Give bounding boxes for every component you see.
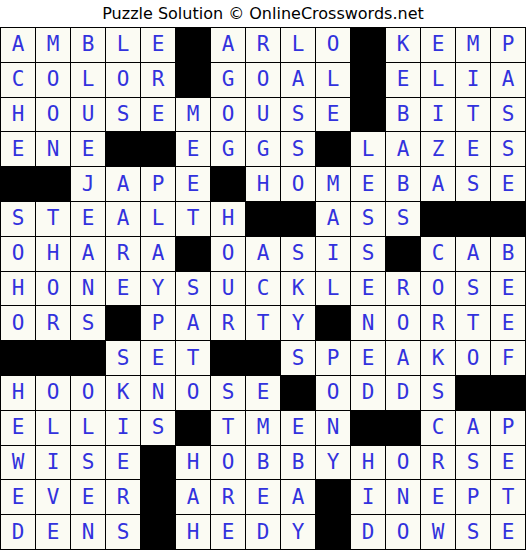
letter-cell: O xyxy=(1,237,35,271)
letter-cell: B xyxy=(281,446,315,480)
letter-cell: S xyxy=(456,446,490,480)
letter-cell: S xyxy=(176,272,210,306)
letter-cell: E xyxy=(1,132,35,166)
letter-cell: O xyxy=(386,446,420,480)
letter-cell: M xyxy=(246,411,280,445)
letter-cell: R xyxy=(421,306,455,340)
black-cell xyxy=(421,202,455,236)
letter-cell: M xyxy=(36,28,70,62)
letter-cell: R xyxy=(36,306,70,340)
black-cell xyxy=(176,63,210,97)
letter-cell: U xyxy=(211,272,245,306)
letter-cell: E xyxy=(141,341,175,375)
letter-cell: E xyxy=(246,376,280,410)
letter-cell: E xyxy=(71,132,105,166)
letter-cell: B xyxy=(386,98,420,132)
letter-cell: Y xyxy=(316,446,350,480)
letter-cell: F xyxy=(491,341,525,375)
letter-cell: S xyxy=(351,202,385,236)
letter-cell: G xyxy=(211,132,245,166)
letter-cell: K xyxy=(386,28,420,62)
letter-cell: N xyxy=(316,411,350,445)
letter-cell: S xyxy=(141,411,175,445)
letter-cell: D xyxy=(351,376,385,410)
letter-cell: H xyxy=(211,202,245,236)
letter-cell: O xyxy=(386,515,420,549)
letter-cell: Y xyxy=(141,272,175,306)
letter-cell: H xyxy=(176,446,210,480)
black-cell xyxy=(211,341,245,375)
letter-cell: S xyxy=(351,237,385,271)
letter-cell: B xyxy=(71,28,105,62)
black-cell xyxy=(281,376,315,410)
letter-cell: I xyxy=(421,98,455,132)
letter-cell: S xyxy=(211,376,245,410)
letter-cell: Y xyxy=(281,515,315,549)
black-cell xyxy=(281,202,315,236)
letter-cell: G xyxy=(246,132,280,166)
black-cell xyxy=(316,480,350,514)
black-cell xyxy=(386,411,420,445)
letter-cell: D xyxy=(351,515,385,549)
letter-cell: N xyxy=(386,480,420,514)
letter-cell: K xyxy=(281,272,315,306)
letter-cell: O xyxy=(316,376,350,410)
letter-cell: T xyxy=(211,411,245,445)
letter-cell: L xyxy=(316,63,350,97)
letter-cell: O xyxy=(456,341,490,375)
letter-cell: E xyxy=(71,480,105,514)
letter-cell: S xyxy=(1,202,35,236)
black-cell xyxy=(176,237,210,271)
letter-cell: N xyxy=(71,515,105,549)
letter-cell: N xyxy=(71,272,105,306)
black-cell xyxy=(246,202,280,236)
letter-cell: V xyxy=(36,480,70,514)
letter-cell: P xyxy=(456,480,490,514)
letter-cell: S xyxy=(456,167,490,201)
letter-cell: E xyxy=(491,272,525,306)
letter-cell: L xyxy=(36,411,70,445)
letter-cell: S xyxy=(491,98,525,132)
letter-cell: O xyxy=(211,446,245,480)
letter-cell: S xyxy=(106,515,140,549)
letter-cell: E xyxy=(176,167,210,201)
letter-cell: A xyxy=(456,411,490,445)
letter-cell: E xyxy=(316,98,350,132)
letter-cell: W xyxy=(421,515,455,549)
letter-cell: I xyxy=(106,411,140,445)
letter-cell: C xyxy=(246,272,280,306)
letter-cell: E xyxy=(281,411,315,445)
letter-cell: G xyxy=(211,63,245,97)
letter-cell: E xyxy=(71,202,105,236)
letter-cell: E xyxy=(141,28,175,62)
letter-cell: A xyxy=(491,63,525,97)
letter-cell: A xyxy=(176,480,210,514)
black-cell xyxy=(1,341,35,375)
black-cell xyxy=(211,167,245,201)
black-cell xyxy=(246,341,280,375)
letter-cell: D xyxy=(1,515,35,549)
letter-cell: A xyxy=(421,167,455,201)
black-cell xyxy=(491,376,525,410)
letter-cell: S xyxy=(106,341,140,375)
letter-cell: O xyxy=(71,376,105,410)
letter-cell: U xyxy=(71,98,105,132)
letter-cell: L xyxy=(281,28,315,62)
black-cell xyxy=(351,28,385,62)
letter-cell: R xyxy=(106,480,140,514)
letter-cell: C xyxy=(421,237,455,271)
black-cell xyxy=(316,306,350,340)
black-cell xyxy=(1,167,35,201)
letter-cell: I xyxy=(456,63,490,97)
letter-cell: S xyxy=(71,446,105,480)
letter-cell: S xyxy=(386,202,420,236)
letter-cell: O xyxy=(36,98,70,132)
black-cell xyxy=(71,341,105,375)
black-cell xyxy=(176,411,210,445)
letter-cell: O xyxy=(246,63,280,97)
letter-cell: H xyxy=(1,272,35,306)
letter-cell: E xyxy=(491,446,525,480)
letter-cell: E xyxy=(1,411,35,445)
letter-cell: L xyxy=(71,63,105,97)
letter-cell: B xyxy=(386,167,420,201)
letter-cell: I xyxy=(316,237,350,271)
letter-cell: D xyxy=(386,376,420,410)
letter-cell: E xyxy=(491,306,525,340)
letter-cell: J xyxy=(71,167,105,201)
letter-cell: M xyxy=(316,167,350,201)
letter-cell: N xyxy=(351,306,385,340)
letter-cell: L xyxy=(141,202,175,236)
letter-cell: A xyxy=(316,202,350,236)
letter-cell: U xyxy=(246,98,280,132)
black-cell xyxy=(141,480,175,514)
letter-cell: N xyxy=(36,132,70,166)
letter-cell: O xyxy=(281,167,315,201)
letter-cell: E xyxy=(141,98,175,132)
puzzle-title: Puzzle Solution © OnlineCrosswords.net xyxy=(0,0,526,27)
letter-cell: N xyxy=(141,376,175,410)
black-cell xyxy=(106,132,140,166)
letter-cell: S xyxy=(281,237,315,271)
letter-cell: E xyxy=(211,515,245,549)
black-cell xyxy=(351,411,385,445)
letter-cell: M xyxy=(456,28,490,62)
letter-cell: O xyxy=(211,237,245,271)
letter-cell: H xyxy=(36,237,70,271)
letter-cell: D xyxy=(246,515,280,549)
letter-cell: S xyxy=(491,132,525,166)
letter-cell: S xyxy=(421,376,455,410)
letter-cell: H xyxy=(176,515,210,549)
letter-cell: R xyxy=(211,480,245,514)
letter-cell: H xyxy=(246,167,280,201)
letter-cell: O xyxy=(386,306,420,340)
letter-cell: C xyxy=(1,63,35,97)
letter-cell: L xyxy=(71,411,105,445)
letter-cell: T xyxy=(246,306,280,340)
letter-cell: A xyxy=(211,28,245,62)
letter-cell: T xyxy=(491,480,525,514)
black-cell xyxy=(316,515,350,549)
letter-cell: B xyxy=(491,237,525,271)
letter-cell: I xyxy=(351,480,385,514)
letter-cell: L xyxy=(421,63,455,97)
letter-cell: T xyxy=(36,202,70,236)
letter-cell: E xyxy=(421,480,455,514)
letter-cell: W xyxy=(1,446,35,480)
letter-cell: S xyxy=(106,98,140,132)
letter-cell: B xyxy=(246,446,280,480)
letter-cell: K xyxy=(106,376,140,410)
letter-cell: O xyxy=(421,272,455,306)
letter-cell: A xyxy=(106,202,140,236)
letter-cell: E xyxy=(351,167,385,201)
letter-cell: E xyxy=(106,272,140,306)
black-cell xyxy=(386,237,420,271)
letter-cell: T xyxy=(176,202,210,236)
letter-cell: E xyxy=(456,132,490,166)
black-cell xyxy=(491,202,525,236)
letter-cell: E xyxy=(1,480,35,514)
letter-cell: S xyxy=(281,98,315,132)
letter-cell: R xyxy=(106,237,140,271)
letter-cell: A xyxy=(386,132,420,166)
black-cell xyxy=(316,132,350,166)
letter-cell: E xyxy=(491,515,525,549)
black-cell xyxy=(141,446,175,480)
letter-cell: L xyxy=(351,132,385,166)
letter-cell: E xyxy=(106,446,140,480)
letter-cell: A xyxy=(176,306,210,340)
letter-cell: P xyxy=(316,341,350,375)
letter-cell: A xyxy=(141,237,175,271)
letter-cell: T xyxy=(456,98,490,132)
letter-cell: H xyxy=(351,446,385,480)
letter-cell: A xyxy=(71,237,105,271)
letter-cell: P xyxy=(491,28,525,62)
letter-cell: A xyxy=(246,237,280,271)
letter-cell: L xyxy=(316,272,350,306)
letter-cell: A xyxy=(106,167,140,201)
letter-cell: H xyxy=(1,98,35,132)
letter-cell: R xyxy=(386,272,420,306)
letter-cell: P xyxy=(141,306,175,340)
letter-cell: A xyxy=(281,63,315,97)
black-cell xyxy=(456,202,490,236)
letter-cell: T xyxy=(176,341,210,375)
letter-cell: Y xyxy=(281,306,315,340)
letter-cell: O xyxy=(1,306,35,340)
letter-cell: C xyxy=(421,411,455,445)
letter-cell: S xyxy=(456,272,490,306)
letter-cell: O xyxy=(176,376,210,410)
letter-cell: O xyxy=(36,63,70,97)
black-cell xyxy=(36,167,70,201)
letter-cell: E xyxy=(351,272,385,306)
letter-cell: A xyxy=(386,341,420,375)
letter-cell: O xyxy=(316,28,350,62)
letter-cell: P xyxy=(141,167,175,201)
letter-cell: I xyxy=(36,446,70,480)
black-cell xyxy=(176,28,210,62)
letter-cell: R xyxy=(246,28,280,62)
black-cell xyxy=(351,98,385,132)
letter-cell: E xyxy=(386,63,420,97)
letter-cell: E xyxy=(421,28,455,62)
letter-cell: P xyxy=(491,411,525,445)
black-cell xyxy=(456,376,490,410)
letter-cell: H xyxy=(1,376,35,410)
letter-cell: L xyxy=(106,28,140,62)
letter-cell: O xyxy=(211,98,245,132)
letter-cell: E xyxy=(176,132,210,166)
letter-cell: E xyxy=(246,480,280,514)
letter-cell: K xyxy=(421,341,455,375)
letter-cell: O xyxy=(106,63,140,97)
letter-cell: A xyxy=(456,237,490,271)
letter-cell: A xyxy=(1,28,35,62)
letter-cell: E xyxy=(36,515,70,549)
letter-cell: T xyxy=(456,306,490,340)
black-cell xyxy=(351,63,385,97)
puzzle-solution-page: Puzzle Solution © OnlineCrosswords.net A… xyxy=(0,0,526,551)
letter-cell: E xyxy=(491,167,525,201)
letter-cell: O xyxy=(36,376,70,410)
letter-cell: R xyxy=(211,306,245,340)
crossword-grid: AMBLEARLOKEMPCOLORGOALELIAHOUSEMOUSEBITS… xyxy=(0,27,526,550)
letter-cell: S xyxy=(456,515,490,549)
letter-cell: R xyxy=(141,63,175,97)
letter-cell: S xyxy=(71,306,105,340)
letter-cell: A xyxy=(281,480,315,514)
black-cell xyxy=(141,132,175,166)
letter-cell: R xyxy=(421,446,455,480)
black-cell xyxy=(36,341,70,375)
letter-cell: O xyxy=(36,272,70,306)
letter-cell: E xyxy=(351,341,385,375)
letter-cell: M xyxy=(176,98,210,132)
letter-cell: S xyxy=(281,132,315,166)
letter-cell: Z xyxy=(421,132,455,166)
black-cell xyxy=(141,515,175,549)
letter-cell: S xyxy=(281,341,315,375)
black-cell xyxy=(106,306,140,340)
